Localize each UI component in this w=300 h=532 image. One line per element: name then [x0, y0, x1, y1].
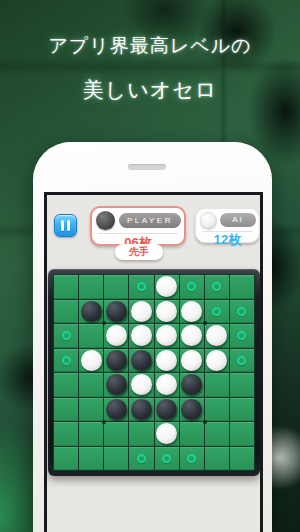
board-cell-r8c6[interactable]	[180, 447, 204, 471]
legal-move-hint[interactable]	[237, 307, 246, 316]
board-cell-r1c5[interactable]	[155, 275, 179, 299]
board-cell-r8c3[interactable]	[104, 447, 128, 471]
board-cell-r4c4[interactable]	[129, 349, 153, 373]
board-star-dot	[203, 420, 207, 424]
legal-move-hint[interactable]	[187, 454, 196, 463]
board-cell-r7c1[interactable]	[54, 422, 78, 446]
player-label: PLAYER	[119, 213, 181, 228]
board-cell-r5c1[interactable]	[54, 373, 78, 397]
white-disc	[206, 325, 227, 346]
board-star-dot	[102, 321, 106, 325]
legal-move-hint[interactable]	[62, 356, 71, 365]
board-cell-r6c7[interactable]	[205, 398, 229, 422]
board-cell-r2c4[interactable]	[129, 300, 153, 324]
board-cell-r6c3[interactable]	[104, 398, 128, 422]
board-cell-r3c3[interactable]	[104, 324, 128, 348]
black-disc	[131, 350, 152, 371]
board-cell-r1c4[interactable]	[129, 275, 153, 299]
board-cell-r3c7[interactable]	[205, 324, 229, 348]
white-disc	[181, 301, 202, 322]
board-cell-r2c8[interactable]	[230, 300, 254, 324]
board-cell-r2c2[interactable]	[79, 300, 103, 324]
board-cell-r6c1[interactable]	[54, 398, 78, 422]
white-disc	[206, 350, 227, 371]
board-cell-r1c7[interactable]	[205, 275, 229, 299]
board-cell-r4c3[interactable]	[104, 349, 128, 373]
board-cell-r5c5[interactable]	[155, 373, 179, 397]
legal-move-hint[interactable]	[212, 307, 221, 316]
promo-screenshot: アプリ界最高レベルの 美しいオセロ PLAYER 06枚 AI 12枚 先手	[0, 0, 300, 532]
board-cell-r2c1[interactable]	[54, 300, 78, 324]
white-disc	[156, 423, 177, 444]
board-cell-r1c8[interactable]	[230, 275, 254, 299]
board-cell-r8c7[interactable]	[205, 447, 229, 471]
pause-icon	[67, 220, 70, 231]
headline-line-2: 美しいオセロ	[0, 76, 300, 104]
board-cell-r1c6[interactable]	[180, 275, 204, 299]
black-disc	[106, 301, 127, 322]
legal-move-hint[interactable]	[137, 454, 146, 463]
board-cell-r5c6[interactable]	[180, 373, 204, 397]
board-cell-r3c5[interactable]	[155, 324, 179, 348]
first-move-badge: 先手	[115, 244, 163, 260]
black-disc	[181, 399, 202, 420]
board-cell-r4c5[interactable]	[155, 349, 179, 373]
board-cell-r1c2[interactable]	[79, 275, 103, 299]
board-cell-r2c7[interactable]	[205, 300, 229, 324]
board-cell-r1c3[interactable]	[104, 275, 128, 299]
board-cell-r4c1[interactable]	[54, 349, 78, 373]
black-disc	[106, 350, 127, 371]
legal-move-hint[interactable]	[212, 282, 221, 291]
board-cell-r7c6[interactable]	[180, 422, 204, 446]
board-cell-r2c6[interactable]	[180, 300, 204, 324]
ai-score-panel: AI 12枚	[195, 208, 260, 243]
board-cell-r2c3[interactable]	[104, 300, 128, 324]
board-cell-r2c5[interactable]	[155, 300, 179, 324]
board-cell-r7c8[interactable]	[230, 422, 254, 446]
legal-move-hint[interactable]	[137, 282, 146, 291]
white-disc-chip	[200, 212, 217, 229]
board-frame	[48, 269, 260, 476]
white-disc	[181, 350, 202, 371]
white-disc	[81, 350, 102, 371]
black-disc	[81, 301, 102, 322]
white-disc	[131, 374, 152, 395]
white-disc	[156, 276, 177, 297]
white-disc	[181, 325, 202, 346]
board-cell-r5c3[interactable]	[104, 373, 128, 397]
board-cell-r7c3[interactable]	[104, 422, 128, 446]
black-disc	[181, 374, 202, 395]
black-disc	[156, 399, 177, 420]
board-cell-r3c1[interactable]	[54, 324, 78, 348]
white-disc	[156, 374, 177, 395]
board-cell-r5c7[interactable]	[205, 373, 229, 397]
board-cell-r3c2[interactable]	[79, 324, 103, 348]
black-disc	[106, 374, 127, 395]
board-cell-r4c6[interactable]	[180, 349, 204, 373]
board-cell-r6c5[interactable]	[155, 398, 179, 422]
legal-move-hint[interactable]	[237, 331, 246, 340]
black-disc-chip	[96, 211, 115, 230]
black-disc	[131, 399, 152, 420]
board-cell-r7c7[interactable]	[205, 422, 229, 446]
headline-line-1: アプリ界最高レベルの	[0, 33, 300, 59]
legal-move-hint[interactable]	[187, 282, 196, 291]
board-cell-r5c2[interactable]	[79, 373, 103, 397]
white-disc	[156, 350, 177, 371]
board-cell-r3c4[interactable]	[129, 324, 153, 348]
iphone-mockup: PLAYER 06枚 AI 12枚 先手	[33, 142, 272, 532]
board-cell-r4c2[interactable]	[79, 349, 103, 373]
board-cell-r5c4[interactable]	[129, 373, 153, 397]
board-cell-r5c8[interactable]	[230, 373, 254, 397]
white-disc	[106, 325, 127, 346]
board-star-dot	[102, 420, 106, 424]
game-screen: PLAYER 06枚 AI 12枚 先手	[44, 192, 263, 532]
board-cell-r1c1[interactable]	[54, 275, 78, 299]
ai-score: 12枚	[196, 231, 259, 249]
board-cell-r8c2[interactable]	[79, 447, 103, 471]
board-cell-r6c4[interactable]	[129, 398, 153, 422]
board-cell-r3c8[interactable]	[230, 324, 254, 348]
pause-button[interactable]	[54, 214, 77, 237]
board-cell-r6c2[interactable]	[79, 398, 103, 422]
board-cell-r4c7[interactable]	[205, 349, 229, 373]
board-cell-r6c6[interactable]	[180, 398, 204, 422]
legal-move-hint[interactable]	[237, 356, 246, 365]
ai-label: AI	[220, 213, 256, 227]
board-cell-r3c6[interactable]	[180, 324, 204, 348]
player-score-panel: PLAYER 06枚	[90, 206, 186, 246]
board-cell-r7c2[interactable]	[79, 422, 103, 446]
pause-icon	[61, 220, 64, 231]
board-cell-r8c4[interactable]	[129, 447, 153, 471]
phone-speaker	[128, 164, 166, 170]
white-disc	[131, 325, 152, 346]
board-cell-r7c4[interactable]	[129, 422, 153, 446]
board-star-dot	[203, 321, 207, 325]
legal-move-hint[interactable]	[162, 454, 171, 463]
white-disc	[156, 325, 177, 346]
board-cell-r8c5[interactable]	[155, 447, 179, 471]
board-grid	[53, 274, 255, 471]
board-cell-r7c5[interactable]	[155, 422, 179, 446]
board-cell-r8c8[interactable]	[230, 447, 254, 471]
board-cell-r4c8[interactable]	[230, 349, 254, 373]
white-disc	[131, 301, 152, 322]
legal-move-hint[interactable]	[62, 331, 71, 340]
board-cell-r6c8[interactable]	[230, 398, 254, 422]
black-disc	[106, 399, 127, 420]
white-disc	[156, 301, 177, 322]
board-cell-r8c1[interactable]	[54, 447, 78, 471]
